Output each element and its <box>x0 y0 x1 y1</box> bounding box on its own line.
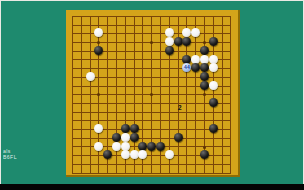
star-point <box>97 41 100 44</box>
black-stone <box>200 63 209 72</box>
white-stone <box>182 28 191 37</box>
black-stone <box>200 150 209 159</box>
white-stone <box>94 142 103 151</box>
white-stone <box>165 150 174 159</box>
black-stone <box>112 133 121 142</box>
white-stone <box>121 142 130 151</box>
white-stone <box>209 55 218 64</box>
white-stone <box>112 142 121 151</box>
black-stone <box>94 46 103 55</box>
black-stone <box>182 37 191 46</box>
white-stone <box>200 55 209 64</box>
white-stone <box>138 150 147 159</box>
white-stone <box>121 133 130 142</box>
white-stone <box>130 150 139 159</box>
move-annotation: 2 <box>178 103 182 112</box>
star-point <box>203 41 206 44</box>
white-stone <box>94 124 103 133</box>
black-stone <box>209 124 218 133</box>
white-stone <box>209 81 218 90</box>
white-stone <box>191 55 200 64</box>
black-stone <box>130 133 139 142</box>
letterbox-bar <box>0 184 304 190</box>
black-stone <box>121 124 130 133</box>
white-stone <box>165 28 174 37</box>
black-stone <box>209 37 218 46</box>
black-stone <box>103 150 112 159</box>
black-stone <box>209 98 218 107</box>
table-background: 442 als B6FL <box>0 0 304 184</box>
black-stone <box>156 142 165 151</box>
black-stone <box>130 124 139 133</box>
black-stone <box>182 55 191 64</box>
star-point <box>203 93 206 96</box>
white-stone <box>209 63 218 72</box>
white-stone <box>121 150 130 159</box>
go-board[interactable]: 442 <box>66 10 240 177</box>
star-point <box>150 93 153 96</box>
white-stone <box>86 72 95 81</box>
watermark-line2: B6FL <box>3 155 17 161</box>
watermark-text: als B6FL <box>3 149 17 161</box>
black-stone <box>174 133 183 142</box>
white-stone <box>165 37 174 46</box>
black-stone <box>147 142 156 151</box>
black-stone <box>200 72 209 81</box>
star-point <box>97 93 100 96</box>
black-stone <box>200 46 209 55</box>
black-stone <box>165 46 174 55</box>
white-stone <box>94 28 103 37</box>
black-stone <box>191 63 200 72</box>
white-stone <box>191 28 200 37</box>
star-point <box>150 41 153 44</box>
star-point <box>203 146 206 149</box>
black-stone <box>200 81 209 90</box>
go-board-grid[interactable]: 442 <box>72 16 231 174</box>
black-stone <box>174 37 183 46</box>
marked-last-move-stone: 44 <box>182 63 191 72</box>
black-stone <box>138 142 147 151</box>
video-frame: 442 als B6FL <box>0 0 304 190</box>
